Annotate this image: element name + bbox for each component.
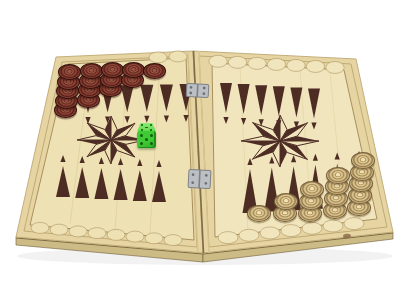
scallop-right-top — [248, 57, 266, 69]
die-pip — [150, 124, 153, 126]
die-pip — [140, 134, 143, 137]
scallop-right-bottom — [302, 222, 322, 234]
scallop-left-bottom — [69, 226, 87, 237]
die-pip — [150, 142, 153, 145]
scallop-left-bottom — [164, 235, 182, 246]
die-front-face — [137, 131, 156, 148]
die-pip — [150, 134, 153, 137]
scallop-left-bottom — [88, 228, 106, 239]
scallop-right-bottom — [260, 227, 280, 239]
scallop-left-bottom — [107, 229, 125, 240]
scallop-right-bottom — [344, 218, 364, 230]
scallop-left-bottom — [126, 231, 144, 242]
scallop-right-top — [287, 59, 305, 71]
scallop-right-top — [228, 56, 246, 68]
scallop-right-top — [267, 58, 285, 70]
scallop-left-bottom — [50, 224, 68, 235]
backgammon-board — [0, 0, 400, 300]
die-pip — [145, 127, 148, 129]
die-pip — [140, 142, 143, 145]
scallop-right-bottom — [323, 220, 343, 232]
scallop-right-bottom — [218, 232, 238, 244]
hinge-knuckle — [199, 170, 200, 188]
scallop-left-bottom — [31, 222, 49, 233]
scallop-right-bottom — [281, 225, 301, 237]
scallop-left-top — [169, 51, 187, 62]
hinge — [188, 169, 211, 188]
die-pip — [141, 124, 144, 126]
scallop-left-top — [149, 52, 167, 63]
scallop-right-bottom — [239, 229, 259, 241]
hinge-knuckle — [197, 84, 198, 97]
scallop-right-top — [209, 55, 227, 67]
green-die[interactable] — [137, 123, 156, 148]
backgammon-set-photo — [0, 0, 400, 300]
scallop-right-top — [306, 60, 324, 72]
hinge — [186, 83, 209, 97]
die-pip — [145, 138, 148, 141]
scallop-right-top — [326, 61, 344, 73]
scallop-left-bottom — [145, 233, 163, 244]
